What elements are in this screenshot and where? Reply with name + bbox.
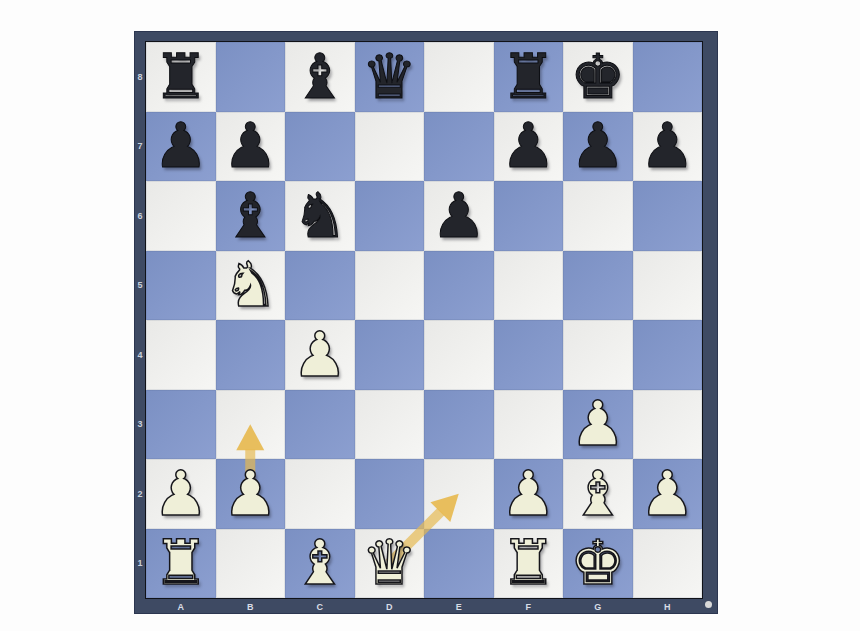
square-c4[interactable]: ♟: [285, 320, 355, 390]
piece-black-pawn[interactable]: ♟: [639, 115, 695, 177]
piece-white-bishop[interactable]: ♝: [292, 532, 348, 594]
square-f6[interactable]: [494, 181, 564, 251]
file-label-g: G: [563, 601, 633, 614]
square-c5[interactable]: [285, 251, 355, 321]
square-d6[interactable]: [355, 181, 425, 251]
square-f3[interactable]: [494, 390, 564, 460]
square-d7[interactable]: [355, 112, 425, 182]
square-b7[interactable]: ♟: [216, 112, 286, 182]
square-h1[interactable]: [633, 529, 703, 599]
rank-label-8: 8: [135, 42, 145, 112]
square-c3[interactable]: [285, 390, 355, 460]
piece-black-knight[interactable]: ♞: [292, 185, 348, 247]
piece-black-rook[interactable]: ♜: [500, 46, 556, 108]
piece-black-bishop[interactable]: ♝: [292, 46, 348, 108]
piece-white-pawn[interactable]: ♟: [570, 393, 626, 455]
piece-white-pawn[interactable]: ♟: [222, 463, 278, 525]
chess-board: ♜♝♛♜♚♟♟♟♟♟♝♞♟♞♟♟♟♟♟♝♟♜♝♛♜♚: [145, 41, 703, 599]
rank-label-4: 4: [135, 320, 145, 390]
rank-label-7: 7: [135, 112, 145, 182]
square-b8[interactable]: [216, 42, 286, 112]
square-e7[interactable]: [424, 112, 494, 182]
rank-label-3: 3: [135, 390, 145, 460]
square-h7[interactable]: ♟: [633, 112, 703, 182]
square-a7[interactable]: ♟: [146, 112, 216, 182]
square-h8[interactable]: [633, 42, 703, 112]
piece-white-queen[interactable]: ♛: [361, 532, 417, 594]
piece-black-bishop[interactable]: ♝: [222, 185, 278, 247]
square-h5[interactable]: [633, 251, 703, 321]
square-h3[interactable]: [633, 390, 703, 460]
piece-black-queen[interactable]: ♛: [361, 46, 417, 108]
square-b6[interactable]: ♝: [216, 181, 286, 251]
square-a1[interactable]: ♜: [146, 529, 216, 599]
piece-white-rook[interactable]: ♜: [500, 532, 556, 594]
square-g4[interactable]: [563, 320, 633, 390]
square-a8[interactable]: ♜: [146, 42, 216, 112]
file-label-b: B: [216, 601, 286, 614]
file-label-d: D: [355, 601, 425, 614]
square-a6[interactable]: [146, 181, 216, 251]
square-e8[interactable]: [424, 42, 494, 112]
piece-black-king[interactable]: ♚: [570, 46, 626, 108]
square-f1[interactable]: ♜: [494, 529, 564, 599]
square-a3[interactable]: [146, 390, 216, 460]
square-b4[interactable]: [216, 320, 286, 390]
square-e5[interactable]: [424, 251, 494, 321]
file-label-a: A: [146, 601, 216, 614]
square-b5[interactable]: ♞: [216, 251, 286, 321]
square-f4[interactable]: [494, 320, 564, 390]
square-d3[interactable]: [355, 390, 425, 460]
piece-white-knight[interactable]: ♞: [222, 254, 278, 316]
piece-white-bishop[interactable]: ♝: [570, 463, 626, 525]
piece-black-pawn[interactable]: ♟: [153, 115, 209, 177]
corner-dot-icon: [705, 601, 712, 608]
square-f5[interactable]: [494, 251, 564, 321]
square-c6[interactable]: ♞: [285, 181, 355, 251]
square-g3[interactable]: ♟: [563, 390, 633, 460]
piece-black-pawn[interactable]: ♟: [222, 115, 278, 177]
square-d1[interactable]: ♛: [355, 529, 425, 599]
square-g6[interactable]: [563, 181, 633, 251]
square-b1[interactable]: [216, 529, 286, 599]
piece-white-pawn[interactable]: ♟: [292, 324, 348, 386]
piece-black-pawn[interactable]: ♟: [570, 115, 626, 177]
piece-white-king[interactable]: ♚: [570, 532, 626, 594]
square-d8[interactable]: ♛: [355, 42, 425, 112]
square-c2[interactable]: [285, 459, 355, 529]
piece-white-pawn[interactable]: ♟: [500, 463, 556, 525]
file-label-h: H: [633, 601, 703, 614]
file-label-f: F: [494, 601, 564, 614]
piece-black-pawn[interactable]: ♟: [500, 115, 556, 177]
chess-board-frame: ♜♝♛♜♚♟♟♟♟♟♝♞♟♞♟♟♟♟♟♝♟♜♝♛♜♚ 12345678 ABCD…: [134, 31, 718, 614]
square-a4[interactable]: [146, 320, 216, 390]
square-a5[interactable]: [146, 251, 216, 321]
square-g5[interactable]: [563, 251, 633, 321]
file-label-e: E: [424, 601, 494, 614]
square-d2[interactable]: [355, 459, 425, 529]
square-e3[interactable]: [424, 390, 494, 460]
rank-label-6: 6: [135, 181, 145, 251]
square-h2[interactable]: ♟: [633, 459, 703, 529]
piece-white-pawn[interactable]: ♟: [153, 463, 209, 525]
square-g2[interactable]: ♝: [563, 459, 633, 529]
square-f7[interactable]: ♟: [494, 112, 564, 182]
square-b2[interactable]: ♟: [216, 459, 286, 529]
square-d5[interactable]: [355, 251, 425, 321]
square-g7[interactable]: ♟: [563, 112, 633, 182]
piece-white-pawn[interactable]: ♟: [639, 463, 695, 525]
square-e2[interactable]: [424, 459, 494, 529]
rank-label-2: 2: [135, 459, 145, 529]
square-a2[interactable]: ♟: [146, 459, 216, 529]
square-g1[interactable]: ♚: [563, 529, 633, 599]
square-e1[interactable]: [424, 529, 494, 599]
piece-black-pawn[interactable]: ♟: [431, 185, 487, 247]
square-f2[interactable]: ♟: [494, 459, 564, 529]
rank-label-1: 1: [135, 529, 145, 599]
square-c1[interactable]: ♝: [285, 529, 355, 599]
square-h4[interactable]: [633, 320, 703, 390]
file-label-c: C: [285, 601, 355, 614]
square-d4[interactable]: [355, 320, 425, 390]
square-g8[interactable]: ♚: [563, 42, 633, 112]
square-h6[interactable]: [633, 181, 703, 251]
square-c8[interactable]: ♝: [285, 42, 355, 112]
square-e4[interactable]: [424, 320, 494, 390]
square-b3[interactable]: [216, 390, 286, 460]
piece-black-rook[interactable]: ♜: [153, 46, 209, 108]
square-e6[interactable]: ♟: [424, 181, 494, 251]
rank-label-5: 5: [135, 251, 145, 321]
square-c7[interactable]: [285, 112, 355, 182]
piece-white-rook[interactable]: ♜: [153, 532, 209, 594]
square-f8[interactable]: ♜: [494, 42, 564, 112]
